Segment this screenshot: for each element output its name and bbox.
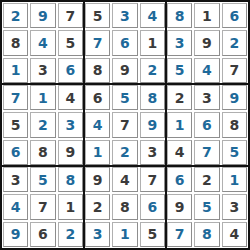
cell-r6c1[interactable]: 6 [3,140,28,165]
cell-r7c5[interactable]: 4 [112,167,137,192]
cell-r4c1[interactable]: 7 [3,85,28,110]
cell-r9c5[interactable]: 1 [112,222,137,247]
cell-r6c4[interactable]: 1 [85,140,110,165]
cell-r5c5[interactable]: 7 [112,112,137,137]
cell-r6c3[interactable]: 9 [58,140,83,165]
cell-r3c4[interactable]: 8 [85,58,110,83]
cell-r3c6[interactable]: 2 [140,58,165,83]
box-separator-horizontal-1 [2,83,248,85]
cell-r7c6[interactable]: 7 [140,167,165,192]
cell-r5c2[interactable]: 2 [30,112,55,137]
cell-r1c3[interactable]: 7 [58,3,83,28]
cell-r7c2[interactable]: 5 [30,167,55,192]
box-separator-vertical-2 [165,2,167,248]
cell-r1c1[interactable]: 2 [3,3,28,28]
cell-r2c7[interactable]: 3 [167,30,192,55]
cell-r5c7[interactable]: 1 [167,112,192,137]
cell-r3c9[interactable]: 7 [222,58,247,83]
cell-r7c9[interactable]: 1 [222,167,247,192]
cell-r8c8[interactable]: 5 [194,194,219,219]
cell-r8c1[interactable]: 4 [3,194,28,219]
cell-r8c5[interactable]: 8 [112,194,137,219]
sudoku-board: 2975348168457613921368925477146582395234… [0,0,250,250]
cell-r4c4[interactable]: 6 [85,85,110,110]
cell-r2c1[interactable]: 8 [3,30,28,55]
cell-r3c5[interactable]: 9 [112,58,137,83]
cell-r5c3[interactable]: 3 [58,112,83,137]
cell-r2c9[interactable]: 2 [222,30,247,55]
cell-r8c2[interactable]: 7 [30,194,55,219]
cell-r2c6[interactable]: 1 [140,30,165,55]
cell-r7c8[interactable]: 2 [194,167,219,192]
cell-r9c3[interactable]: 2 [58,222,83,247]
cell-r8c9[interactable]: 3 [222,194,247,219]
cell-r8c7[interactable]: 9 [167,194,192,219]
cell-r6c9[interactable]: 5 [222,140,247,165]
cell-r5c8[interactable]: 6 [194,112,219,137]
cell-r7c3[interactable]: 8 [58,167,83,192]
cell-r3c2[interactable]: 3 [30,58,55,83]
cell-r7c1[interactable]: 3 [3,167,28,192]
cell-r6c7[interactable]: 4 [167,140,192,165]
cell-r6c6[interactable]: 3 [140,140,165,165]
cell-r9c6[interactable]: 5 [140,222,165,247]
cell-r2c5[interactable]: 6 [112,30,137,55]
cell-r1c2[interactable]: 9 [30,3,55,28]
cell-r7c4[interactable]: 9 [85,167,110,192]
cell-r5c4[interactable]: 4 [85,112,110,137]
cell-r4c6[interactable]: 8 [140,85,165,110]
cell-r9c7[interactable]: 7 [167,222,192,247]
cell-r9c2[interactable]: 6 [30,222,55,247]
cell-r9c4[interactable]: 3 [85,222,110,247]
cell-r9c8[interactable]: 8 [194,222,219,247]
cell-r8c4[interactable]: 2 [85,194,110,219]
cell-r2c2[interactable]: 4 [30,30,55,55]
cell-r4c5[interactable]: 5 [112,85,137,110]
cell-r6c5[interactable]: 2 [112,140,137,165]
cell-r4c3[interactable]: 4 [58,85,83,110]
cell-r5c9[interactable]: 8 [222,112,247,137]
cell-r3c1[interactable]: 1 [3,58,28,83]
cell-r4c8[interactable]: 3 [194,85,219,110]
cell-r4c7[interactable]: 2 [167,85,192,110]
cell-r3c3[interactable]: 6 [58,58,83,83]
cell-r8c6[interactable]: 6 [140,194,165,219]
cell-r1c9[interactable]: 6 [222,3,247,28]
box-separator-vertical-1 [83,2,85,248]
cell-r9c1[interactable]: 9 [3,222,28,247]
cell-r1c8[interactable]: 1 [194,3,219,28]
cell-r2c4[interactable]: 7 [85,30,110,55]
cell-r9c9[interactable]: 4 [222,222,247,247]
box-separator-horizontal-2 [2,165,248,167]
cell-r1c7[interactable]: 8 [167,3,192,28]
cell-r3c7[interactable]: 5 [167,58,192,83]
cell-r3c8[interactable]: 4 [194,58,219,83]
cell-r7c7[interactable]: 6 [167,167,192,192]
cell-r1c4[interactable]: 5 [85,3,110,28]
cell-r1c5[interactable]: 3 [112,3,137,28]
cell-r8c3[interactable]: 1 [58,194,83,219]
cell-r6c2[interactable]: 8 [30,140,55,165]
cell-r5c1[interactable]: 5 [3,112,28,137]
cell-r1c6[interactable]: 4 [140,3,165,28]
cell-r2c3[interactable]: 5 [58,30,83,55]
cell-r4c9[interactable]: 9 [222,85,247,110]
cell-r5c6[interactable]: 9 [140,112,165,137]
cell-r4c2[interactable]: 1 [30,85,55,110]
cell-r6c8[interactable]: 7 [194,140,219,165]
cell-r2c8[interactable]: 9 [194,30,219,55]
